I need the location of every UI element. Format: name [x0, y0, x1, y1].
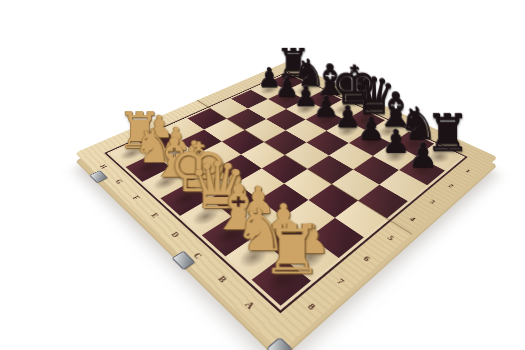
- black-pawn-a2[interactable]: ♟: [407, 140, 439, 171]
- product-photo-scene: HGFEDCBA 87654321 ♜♟♟♜♞♟♟♞♝♟♟♝♚♟♟♚♛♟♟♛♝♟…: [0, 0, 525, 350]
- white-rook-a8[interactable]: ♜: [261, 218, 303, 281]
- chess-board: HGFEDCBA 87654321 ♜♟♟♜♞♟♟♞♝♟♟♝♚♟♟♚♛♟♟♛♝♟…: [75, 61, 498, 350]
- corner-clasp-icon: [266, 337, 294, 350]
- rank-label-8: 8: [290, 288, 335, 326]
